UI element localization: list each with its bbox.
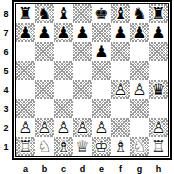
black-king-e8: ♚ (92, 4, 111, 23)
black-bishop-c8: ♝ (54, 4, 73, 23)
square-g8[interactable]: ♞ (130, 4, 149, 23)
square-d8[interactable] (73, 4, 92, 23)
square-f6[interactable] (111, 42, 130, 61)
square-a8[interactable]: ♜ (16, 4, 35, 23)
square-e7[interactable] (92, 23, 111, 42)
file-label-c: c (54, 160, 73, 174)
file-label-e: e (92, 160, 111, 174)
square-f2[interactable] (111, 118, 130, 137)
chess-board: ♜♞♝♚♝♞♜♟♟♟♟♟♟♟♟♟♙♟♙♛♟♙♟♙♟♙♟♙♟♙♟♙♜♖♞♘♝♗♛♕… (16, 4, 168, 156)
square-f7[interactable]: ♟ (111, 23, 130, 42)
file-label-h: h (149, 160, 168, 174)
square-d2[interactable]: ♟♙ (73, 118, 92, 137)
square-e1[interactable]: ♚♔ (92, 137, 111, 156)
file-label-d: d (73, 160, 92, 174)
square-c1[interactable]: ♝♗ (54, 137, 73, 156)
square-b4[interactable] (35, 80, 54, 99)
board-border: ♜♞♝♚♝♞♜♟♟♟♟♟♟♟♟♟♙♟♙♛♟♙♟♙♟♙♟♙♟♙♟♙♜♖♞♘♝♗♛♕… (12, 0, 172, 160)
white-pawn-outline-d2: ♙ (73, 118, 92, 137)
square-c3[interactable] (54, 99, 73, 118)
square-b6[interactable] (35, 42, 54, 61)
black-pawn-d7: ♟ (73, 23, 92, 42)
square-b1[interactable]: ♞♘ (35, 137, 54, 156)
rank-label-7: 7 (0, 23, 12, 42)
square-a3[interactable] (16, 99, 35, 118)
square-a5[interactable] (16, 61, 35, 80)
square-b5[interactable] (35, 61, 54, 80)
file-label-g: g (130, 160, 149, 174)
square-b8[interactable]: ♞ (35, 4, 54, 23)
square-h4[interactable]: ♛ (149, 80, 168, 99)
square-a6[interactable] (16, 42, 35, 61)
rank-label-1: 1 (0, 137, 12, 156)
square-a2[interactable]: ♟♙ (16, 118, 35, 137)
square-f5[interactable] (111, 61, 130, 80)
file-labels: abcdefgh (12, 160, 172, 174)
black-pawn-h7: ♟ (149, 23, 168, 42)
white-pawn-outline-c2: ♙ (54, 118, 73, 137)
rank-label-6: 6 (0, 42, 12, 61)
square-g3[interactable] (130, 99, 149, 118)
white-bishop-outline-c1: ♗ (54, 137, 73, 156)
square-e5[interactable] (92, 61, 111, 80)
square-b2[interactable]: ♟♙ (35, 118, 54, 137)
white-queen-outline-d1: ♕ (73, 137, 92, 156)
file-label-a: a (16, 160, 35, 174)
square-h1[interactable]: ♜♖ (149, 137, 168, 156)
rank-label-4: 4 (0, 80, 12, 99)
square-d5[interactable] (73, 61, 92, 80)
square-c8[interactable]: ♝ (54, 4, 73, 23)
black-bishop-f8: ♝ (111, 4, 130, 23)
square-c7[interactable]: ♟ (54, 23, 73, 42)
square-f1[interactable]: ♝♗ (111, 137, 130, 156)
square-c5[interactable] (54, 61, 73, 80)
square-e4[interactable] (92, 80, 111, 99)
board-inner-border: ♜♞♝♚♝♞♜♟♟♟♟♟♟♟♟♟♙♟♙♛♟♙♟♙♟♙♟♙♟♙♟♙♜♖♞♘♝♗♛♕… (15, 3, 169, 157)
square-d4[interactable] (73, 80, 92, 99)
square-d7[interactable]: ♟ (73, 23, 92, 42)
white-knight-outline-b1: ♘ (35, 137, 54, 156)
square-e6[interactable]: ♟ (92, 42, 111, 61)
square-h3[interactable] (149, 99, 168, 118)
square-e2[interactable]: ♟♙ (92, 118, 111, 137)
white-bishop-outline-f1: ♗ (111, 137, 130, 156)
square-d6[interactable] (73, 42, 92, 61)
white-pawn-outline-a2: ♙ (16, 118, 35, 137)
square-h7[interactable]: ♟ (149, 23, 168, 42)
square-a1[interactable]: ♜♖ (16, 137, 35, 156)
black-pawn-c7: ♟ (54, 23, 73, 42)
square-g6[interactable] (130, 42, 149, 61)
white-rook-outline-h1: ♖ (149, 137, 168, 156)
file-label-f: f (111, 160, 130, 174)
square-a7[interactable]: ♟ (16, 23, 35, 42)
square-c2[interactable]: ♟♙ (54, 118, 73, 137)
white-pawn-outline-b2: ♙ (35, 118, 54, 137)
white-pawn-outline-e2: ♙ (92, 118, 111, 137)
square-c4[interactable] (54, 80, 73, 99)
square-h5[interactable] (149, 61, 168, 80)
white-king-outline-e1: ♔ (92, 137, 111, 156)
square-b3[interactable] (35, 99, 54, 118)
black-pawn-f7: ♟ (111, 23, 130, 42)
black-pawn-e6: ♟ (92, 42, 111, 61)
square-c6[interactable] (54, 42, 73, 61)
black-pawn-a7: ♟ (16, 23, 35, 42)
square-a4[interactable] (16, 80, 35, 99)
square-h8[interactable]: ♜ (149, 4, 168, 23)
square-f4[interactable]: ♟♙ (111, 80, 130, 99)
square-g5[interactable] (130, 61, 149, 80)
square-d3[interactable] (73, 99, 92, 118)
black-knight-g8: ♞ (130, 4, 149, 23)
file-label-b: b (35, 160, 54, 174)
black-pawn-g7: ♟ (130, 23, 149, 42)
square-g1[interactable]: ♞♘ (130, 137, 149, 156)
square-f8[interactable]: ♝ (111, 4, 130, 23)
white-rook-outline-a1: ♖ (16, 137, 35, 156)
white-pawn-outline-f4: ♙ (111, 80, 130, 99)
square-f3[interactable] (111, 99, 130, 118)
black-rook-a8: ♜ (16, 4, 35, 23)
white-pawn-outline-h2: ♙ (149, 118, 168, 137)
rank-label-3: 3 (0, 99, 12, 118)
square-h2[interactable]: ♟♙ (149, 118, 168, 137)
black-rook-h8: ♜ (149, 4, 168, 23)
black-queen-h4: ♛ (149, 80, 168, 99)
square-e3[interactable] (92, 99, 111, 118)
rank-label-8: 8 (0, 4, 12, 23)
white-pawn-outline-g4: ♙ (130, 80, 149, 99)
rank-label-5: 5 (0, 61, 12, 80)
square-b7[interactable]: ♟ (35, 23, 54, 42)
rank-labels: 87654321 (0, 0, 12, 160)
chess-diagram: 87654321 ♜♞♝♚♝♞♜♟♟♟♟♟♟♟♟♟♙♟♙♛♟♙♟♙♟♙♟♙♟♙♟… (0, 0, 174, 174)
square-h6[interactable] (149, 42, 168, 61)
white-knight-outline-g1: ♘ (130, 137, 149, 156)
square-g2[interactable] (130, 118, 149, 137)
rank-label-2: 2 (0, 118, 12, 137)
black-knight-b8: ♞ (35, 4, 54, 23)
square-e8[interactable]: ♚ (92, 4, 111, 23)
square-g4[interactable]: ♟♙ (130, 80, 149, 99)
square-d1[interactable]: ♛♕ (73, 137, 92, 156)
black-pawn-b7: ♟ (35, 23, 54, 42)
square-g7[interactable]: ♟ (130, 23, 149, 42)
